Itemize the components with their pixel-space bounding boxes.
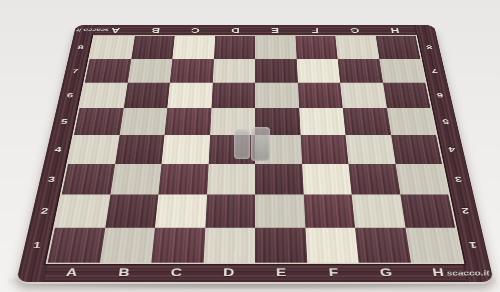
square-a4[interactable] — [68, 135, 119, 164]
square-a2[interactable] — [55, 194, 110, 227]
square-b1[interactable] — [100, 227, 155, 262]
rank-label-right-6: 6 — [427, 83, 454, 108]
square-f1[interactable] — [305, 227, 359, 262]
square-a1[interactable] — [48, 227, 105, 262]
rank-label-right-4: 4 — [438, 135, 467, 164]
square-f6[interactable] — [298, 83, 343, 108]
square-b8[interactable] — [131, 36, 175, 59]
square-c1[interactable] — [151, 227, 205, 262]
square-h1[interactable] — [405, 227, 462, 262]
square-b3[interactable] — [110, 164, 161, 195]
square-d2[interactable] — [205, 194, 255, 227]
square-g1[interactable] — [355, 227, 410, 262]
square-c7[interactable] — [170, 59, 214, 83]
rank-label-right-3: 3 — [444, 164, 474, 195]
square-d8[interactable] — [214, 36, 255, 59]
square-h4[interactable] — [391, 135, 442, 164]
square-g2[interactable] — [352, 194, 405, 227]
square-h3[interactable] — [395, 164, 448, 195]
square-a8[interactable] — [90, 36, 135, 59]
camera-reflection-glare — [233, 127, 270, 161]
square-g5[interactable] — [343, 108, 391, 135]
square-e7[interactable] — [255, 59, 298, 83]
square-b2[interactable] — [105, 194, 158, 227]
square-h6[interactable] — [383, 83, 431, 108]
file-label-top-g: G — [334, 25, 375, 36]
square-h5[interactable] — [387, 108, 436, 135]
square-b5[interactable] — [119, 108, 167, 135]
square-f4[interactable] — [300, 135, 348, 164]
square-g8[interactable] — [335, 36, 379, 59]
square-f7[interactable] — [296, 59, 340, 83]
file-label-top-d: D — [215, 25, 255, 36]
photo-scene: AA11BB22CC33DD44EE55FF66GG77HH88 scacco.… — [0, 0, 500, 292]
square-f5[interactable] — [299, 108, 346, 135]
file-label-bottom-a: A — [44, 264, 100, 282]
file-label-bottom-g: G — [359, 264, 414, 282]
square-c8[interactable] — [172, 36, 214, 59]
square-e8[interactable] — [255, 36, 296, 59]
square-f8[interactable] — [295, 36, 337, 59]
square-d3[interactable] — [207, 164, 255, 195]
square-d1[interactable] — [203, 227, 255, 262]
square-g3[interactable] — [348, 164, 399, 195]
file-label-top-b: B — [135, 25, 176, 36]
square-f3[interactable] — [302, 164, 352, 195]
file-label-top-e: E — [255, 25, 295, 36]
square-h7[interactable] — [379, 59, 425, 83]
square-h2[interactable] — [400, 194, 455, 227]
square-b4[interactable] — [115, 135, 165, 164]
square-b7[interactable] — [127, 59, 172, 83]
glare-pane-right — [251, 127, 270, 161]
square-g4[interactable] — [346, 135, 396, 164]
brand-logo-bottom: scacco.it — [440, 264, 494, 282]
file-label-top-f: F — [295, 25, 336, 36]
file-label-top-h: H — [374, 25, 416, 36]
file-label-bottom-b: B — [97, 264, 152, 282]
square-d7[interactable] — [212, 59, 255, 83]
square-e1[interactable] — [255, 227, 307, 262]
square-e2[interactable] — [255, 194, 305, 227]
square-c3[interactable] — [158, 164, 208, 195]
square-a5[interactable] — [74, 108, 123, 135]
square-e6[interactable] — [255, 83, 299, 108]
file-label-bottom-e: E — [255, 264, 308, 282]
file-label-top-c: C — [175, 25, 216, 36]
square-a3[interactable] — [62, 164, 115, 195]
glare-pane-left — [234, 129, 250, 159]
square-e3[interactable] — [255, 164, 303, 195]
square-d6[interactable] — [211, 83, 255, 108]
rank-label-right-5: 5 — [432, 108, 460, 135]
square-g6[interactable] — [340, 83, 386, 108]
square-c6[interactable] — [167, 83, 212, 108]
rank-label-right-8: 8 — [417, 36, 442, 59]
square-a6[interactable] — [80, 83, 128, 108]
square-b6[interactable] — [123, 83, 169, 108]
file-label-bottom-f: F — [307, 264, 361, 282]
square-c5[interactable] — [164, 108, 211, 135]
brand-logo-top: scacco.it — [72, 25, 114, 36]
square-f2[interactable] — [303, 194, 355, 227]
square-c4[interactable] — [162, 135, 210, 164]
square-g7[interactable] — [338, 59, 383, 83]
file-label-bottom-c: C — [149, 264, 203, 282]
rank-label-right-7: 7 — [422, 59, 448, 83]
file-label-bottom-d: D — [202, 264, 255, 282]
square-c2[interactable] — [155, 194, 207, 227]
square-h8[interactable] — [375, 36, 420, 59]
square-a7[interactable] — [85, 59, 131, 83]
